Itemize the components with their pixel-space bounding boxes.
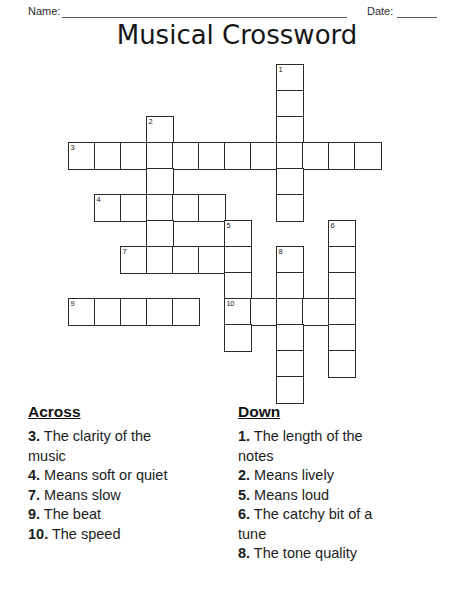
grid-cell-r12c9[interactable]: [276, 350, 304, 378]
grid-cell-r4c3[interactable]: [120, 142, 148, 170]
grid-cell-r4c10[interactable]: [302, 142, 330, 170]
grid-cell-r8c11[interactable]: [328, 246, 356, 274]
cell-number-9: 9: [71, 300, 75, 308]
grid-cell-r8c5[interactable]: [172, 246, 200, 274]
clue-text: Means lively: [250, 467, 334, 483]
grid-cell-r8c3[interactable]: 7: [120, 246, 148, 274]
grid-cell-r4c1[interactable]: 3: [68, 142, 96, 170]
grid-cell-r4c8[interactable]: [250, 142, 278, 170]
grid-cell-r10c4[interactable]: [146, 298, 174, 326]
grid-cell-r9c9[interactable]: [276, 272, 304, 300]
grid-cell-r10c7[interactable]: 10: [224, 298, 252, 326]
clue-text: Means loud: [250, 487, 329, 503]
clue-text: The tone quality: [250, 545, 357, 561]
grid-cell-r4c6[interactable]: [198, 142, 226, 170]
cell-number-10: 10: [227, 300, 235, 308]
grid-cell-r6c3[interactable]: [120, 194, 148, 222]
grid-cell-r6c2[interactable]: 4: [94, 194, 122, 222]
grid-cell-r6c4[interactable]: [146, 194, 174, 222]
clue-text: The beat: [40, 506, 101, 522]
grid-cell-r5c9[interactable]: [276, 168, 304, 196]
grid-cell-r4c9[interactable]: [276, 142, 304, 170]
grid-cell-r11c11[interactable]: [328, 324, 356, 352]
grid-cell-r3c4[interactable]: 2: [146, 116, 174, 144]
grid-cell-r7c4[interactable]: [146, 220, 174, 248]
grid-cell-r4c12[interactable]: [354, 142, 382, 170]
clue-number: 6.: [238, 506, 250, 522]
across-clue-list: 3. The clarity of the music4. Means soft…: [28, 427, 190, 544]
cell-number-6: 6: [331, 222, 335, 230]
across-clues-column: Across 3. The clarity of the music4. Mea…: [28, 403, 190, 544]
cell-number-7: 7: [123, 248, 127, 256]
clue-text: The speed: [48, 526, 120, 542]
grid-cell-r10c2[interactable]: [94, 298, 122, 326]
clue-text: Means soft or quiet: [40, 467, 167, 483]
grid-cell-r6c5[interactable]: [172, 194, 200, 222]
crossword-worksheet-page: Name: Date: Musical Crossword 1234567891…: [0, 0, 474, 613]
grid-cell-r3c9[interactable]: [276, 116, 304, 144]
grid-cell-r10c9[interactable]: [276, 298, 304, 326]
grid-cell-r7c7[interactable]: 5: [224, 220, 252, 248]
cell-number-2: 2: [149, 118, 153, 126]
across-heading: Across: [28, 403, 190, 421]
down-clue-8: 8. The tone quality: [238, 544, 400, 564]
cell-number-8: 8: [279, 248, 283, 256]
clue-number: 7.: [28, 487, 40, 503]
down-heading: Down: [238, 403, 400, 421]
clue-number: 9.: [28, 506, 40, 522]
across-clue-3: 3. The clarity of the music: [28, 427, 190, 466]
grid-cell-r10c8[interactable]: [250, 298, 278, 326]
clue-number: 1.: [238, 428, 250, 444]
grid-cell-r1c9[interactable]: 1: [276, 64, 304, 92]
grid-cell-r8c4[interactable]: [146, 246, 174, 274]
clue-number: 3.: [28, 428, 40, 444]
grid-cell-r10c5[interactable]: [172, 298, 200, 326]
clue-number: 4.: [28, 467, 40, 483]
grid-cell-r10c1[interactable]: 9: [68, 298, 96, 326]
grid-cell-r9c11[interactable]: [328, 272, 356, 300]
grid-cell-r4c7[interactable]: [224, 142, 252, 170]
grid-cell-r5c4[interactable]: [146, 168, 174, 196]
grid-cell-r11c7[interactable]: [224, 324, 252, 352]
down-clue-5: 5. Means loud: [238, 486, 400, 506]
clue-text: The length of the notes: [238, 428, 363, 464]
grid-cell-r8c9[interactable]: 8: [276, 246, 304, 274]
across-clue-9: 9. The beat: [28, 505, 190, 525]
clue-text: Means slow: [40, 487, 121, 503]
down-clue-list: 1. The length of the notes2. Means livel…: [238, 427, 400, 564]
across-clue-4: 4. Means soft or quiet: [28, 466, 190, 486]
across-clue-7: 7. Means slow: [28, 486, 190, 506]
clue-number: 5.: [238, 487, 250, 503]
grid-cell-r6c6[interactable]: [198, 194, 226, 222]
grid-cell-r2c9[interactable]: [276, 90, 304, 118]
grid-cell-r10c3[interactable]: [120, 298, 148, 326]
down-clue-6: 6. The catchy bit of a tune: [238, 505, 400, 544]
grid-cell-r8c6[interactable]: [198, 246, 226, 274]
grid-cell-r11c9[interactable]: [276, 324, 304, 352]
cell-number-1: 1: [279, 66, 283, 74]
grid-cell-r4c2[interactable]: [94, 142, 122, 170]
grid-cell-r13c9[interactable]: [276, 376, 304, 404]
grid-cell-r4c4[interactable]: [146, 142, 174, 170]
grid-cell-r4c11[interactable]: [328, 142, 356, 170]
down-clue-1: 1. The length of the notes: [238, 427, 400, 466]
down-clue-2: 2. Means lively: [238, 466, 400, 486]
clue-number: 8.: [238, 545, 250, 561]
clue-number: 2.: [238, 467, 250, 483]
grid-cell-r8c7[interactable]: [224, 246, 252, 274]
grid-cell-r9c7[interactable]: [224, 272, 252, 300]
grid-cell-r7c11[interactable]: 6: [328, 220, 356, 248]
grid-cell-r12c11[interactable]: [328, 350, 356, 378]
cell-number-4: 4: [97, 196, 101, 204]
clue-text: The catchy bit of a tune: [238, 506, 372, 542]
cell-number-5: 5: [227, 222, 231, 230]
grid-cell-r10c10[interactable]: [302, 298, 330, 326]
clue-text: The clarity of the music: [28, 428, 151, 464]
cell-number-3: 3: [71, 144, 75, 152]
across-clue-10: 10. The speed: [28, 525, 190, 545]
grid-cell-r10c11[interactable]: [328, 298, 356, 326]
clue-number: 10.: [28, 526, 48, 542]
grid-cell-r4c5[interactable]: [172, 142, 200, 170]
grid-cell-r6c9[interactable]: [276, 194, 304, 222]
down-clues-column: Down 1. The length of the notes2. Means …: [238, 403, 400, 564]
